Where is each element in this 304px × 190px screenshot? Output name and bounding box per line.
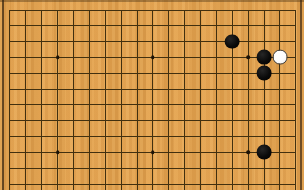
go-board — [0, 0, 304, 190]
intersection-H11[interactable] — [113, 129, 129, 145]
intersection-K18[interactable] — [145, 18, 161, 34]
intersection-P15[interactable] — [224, 65, 240, 81]
intersection-B18[interactable] — [18, 18, 34, 34]
intersection-S14[interactable] — [272, 81, 288, 97]
intersection-K16[interactable] — [145, 50, 161, 66]
intersection-A18[interactable] — [2, 18, 18, 34]
intersection-M16[interactable] — [177, 50, 193, 66]
intersection-D19[interactable] — [50, 2, 66, 18]
intersection-J14[interactable] — [129, 81, 145, 97]
intersection-A15[interactable] — [2, 65, 18, 81]
intersection-N14[interactable] — [193, 81, 209, 97]
intersection-B10[interactable] — [18, 144, 34, 160]
intersection-K14[interactable] — [145, 81, 161, 97]
intersection-P13[interactable] — [224, 97, 240, 113]
intersection-S18[interactable] — [272, 18, 288, 34]
intersection-K8[interactable] — [145, 176, 161, 190]
intersection-L19[interactable] — [161, 2, 177, 18]
intersection-P16[interactable] — [224, 50, 240, 66]
star-point-Q10 — [246, 151, 250, 155]
intersection-D9[interactable] — [50, 160, 66, 176]
intersection-N16[interactable] — [193, 50, 209, 66]
intersection-B11[interactable] — [18, 129, 34, 145]
intersection-L12[interactable] — [161, 113, 177, 129]
intersection-L8[interactable] — [161, 176, 177, 190]
intersection-C15[interactable] — [34, 65, 50, 81]
intersection-Q9[interactable] — [240, 160, 256, 176]
intersection-P17[interactable] — [224, 34, 240, 50]
intersection-R15[interactable] — [256, 65, 272, 81]
intersection-L16[interactable] — [161, 50, 177, 66]
intersection-T11[interactable] — [288, 129, 304, 145]
intersection-O15[interactable] — [208, 65, 224, 81]
intersection-H10[interactable] — [113, 144, 129, 160]
intersection-N8[interactable] — [193, 176, 209, 190]
intersection-Q13[interactable] — [240, 97, 256, 113]
intersection-S10[interactable] — [272, 144, 288, 160]
intersection-N11[interactable] — [193, 129, 209, 145]
intersection-M13[interactable] — [177, 97, 193, 113]
intersection-O18[interactable] — [208, 18, 224, 34]
black-stone-P17 — [225, 34, 240, 49]
intersection-N17[interactable] — [193, 34, 209, 50]
intersection-J17[interactable] — [129, 34, 145, 50]
intersection-F9[interactable] — [81, 160, 97, 176]
intersection-N18[interactable] — [193, 18, 209, 34]
intersection-P10[interactable] — [224, 144, 240, 160]
intersection-G15[interactable] — [97, 65, 113, 81]
intersection-D13[interactable] — [50, 97, 66, 113]
intersection-C13[interactable] — [34, 97, 50, 113]
intersection-K19[interactable] — [145, 2, 161, 18]
intersection-Q19[interactable] — [240, 2, 256, 18]
intersection-K12[interactable] — [145, 113, 161, 129]
intersection-K9[interactable] — [145, 160, 161, 176]
intersection-O16[interactable] — [208, 50, 224, 66]
intersection-H9[interactable] — [113, 160, 129, 176]
intersection-G9[interactable] — [97, 160, 113, 176]
intersection-C16[interactable] — [34, 50, 50, 66]
intersection-C8[interactable] — [34, 176, 50, 190]
intersection-A19[interactable] — [2, 2, 18, 18]
intersection-C10[interactable] — [34, 144, 50, 160]
intersection-C17[interactable] — [34, 34, 50, 50]
intersection-Q18[interactable] — [240, 18, 256, 34]
intersection-S19[interactable] — [272, 2, 288, 18]
intersection-R12[interactable] — [256, 113, 272, 129]
intersection-K11[interactable] — [145, 129, 161, 145]
intersection-K13[interactable] — [145, 97, 161, 113]
intersection-L13[interactable] — [161, 97, 177, 113]
intersection-K17[interactable] — [145, 34, 161, 50]
intersection-G10[interactable] — [97, 144, 113, 160]
intersection-B12[interactable] — [18, 113, 34, 129]
intersection-E12[interactable] — [66, 113, 82, 129]
intersection-T19[interactable] — [288, 2, 304, 18]
intersection-S8[interactable] — [272, 176, 288, 190]
intersection-B17[interactable] — [18, 34, 34, 50]
intersection-D18[interactable] — [50, 18, 66, 34]
intersection-H12[interactable] — [113, 113, 129, 129]
intersection-G14[interactable] — [97, 81, 113, 97]
intersection-F15[interactable] — [81, 65, 97, 81]
intersection-M10[interactable] — [177, 144, 193, 160]
black-stone-R15 — [257, 66, 272, 81]
intersection-M9[interactable] — [177, 160, 193, 176]
intersection-O19[interactable] — [208, 2, 224, 18]
intersection-E15[interactable] — [66, 65, 82, 81]
intersection-H17[interactable] — [113, 34, 129, 50]
intersection-T17[interactable] — [288, 34, 304, 50]
intersection-F11[interactable] — [81, 129, 97, 145]
intersection-M11[interactable] — [177, 129, 193, 145]
intersection-M18[interactable] — [177, 18, 193, 34]
intersection-R11[interactable] — [256, 129, 272, 145]
intersection-T15[interactable] — [288, 65, 304, 81]
intersection-A11[interactable] — [2, 129, 18, 145]
intersection-R16[interactable] — [256, 50, 272, 66]
intersection-P9[interactable] — [224, 160, 240, 176]
intersection-P12[interactable] — [224, 113, 240, 129]
intersection-F17[interactable] — [81, 34, 97, 50]
star-point-Q16 — [246, 56, 250, 60]
intersection-J19[interactable] — [129, 2, 145, 18]
intersection-C12[interactable] — [34, 113, 50, 129]
star-point-K16 — [151, 56, 155, 60]
intersection-E11[interactable] — [66, 129, 82, 145]
intersection-F16[interactable] — [81, 50, 97, 66]
intersection-J13[interactable] — [129, 97, 145, 113]
intersection-L10[interactable] — [161, 144, 177, 160]
intersection-G18[interactable] — [97, 18, 113, 34]
intersection-C18[interactable] — [34, 18, 50, 34]
intersection-T16[interactable] — [288, 50, 304, 66]
intersection-G19[interactable] — [97, 2, 113, 18]
intersection-B9[interactable] — [18, 160, 34, 176]
intersection-S17[interactable] — [272, 34, 288, 50]
intersection-L15[interactable] — [161, 65, 177, 81]
intersection-T12[interactable] — [288, 113, 304, 129]
intersection-R8[interactable] — [256, 176, 272, 190]
intersection-M8[interactable] — [177, 176, 193, 190]
intersection-S16[interactable] — [272, 50, 288, 66]
intersection-T9[interactable] — [288, 160, 304, 176]
intersection-T10[interactable] — [288, 144, 304, 160]
intersection-A12[interactable] — [2, 113, 18, 129]
intersection-H14[interactable] — [113, 81, 129, 97]
intersection-P18[interactable] — [224, 18, 240, 34]
white-stone-S16 — [273, 50, 288, 65]
intersection-O10[interactable] — [208, 144, 224, 160]
intersection-A9[interactable] — [2, 160, 18, 176]
intersection-R10[interactable] — [256, 144, 272, 160]
intersection-H19[interactable] — [113, 2, 129, 18]
intersection-N12[interactable] — [193, 113, 209, 129]
intersection-D14[interactable] — [50, 81, 66, 97]
black-stone-R10 — [257, 145, 272, 160]
intersection-B8[interactable] — [18, 176, 34, 190]
intersection-G16[interactable] — [97, 50, 113, 66]
intersection-E13[interactable] — [66, 97, 82, 113]
intersection-O11[interactable] — [208, 129, 224, 145]
intersection-L17[interactable] — [161, 34, 177, 50]
intersection-J16[interactable] — [129, 50, 145, 66]
intersection-S15[interactable] — [272, 65, 288, 81]
intersection-A10[interactable] — [2, 144, 18, 160]
intersection-G12[interactable] — [97, 113, 113, 129]
intersection-F18[interactable] — [81, 18, 97, 34]
intersection-F14[interactable] — [81, 81, 97, 97]
intersection-E18[interactable] — [66, 18, 82, 34]
intersection-R9[interactable] — [256, 160, 272, 176]
intersection-P11[interactable] — [224, 129, 240, 145]
intersection-A17[interactable] — [2, 34, 18, 50]
intersection-K10[interactable] — [145, 144, 161, 160]
intersection-O13[interactable] — [208, 97, 224, 113]
intersection-C14[interactable] — [34, 81, 50, 97]
intersection-T8[interactable] — [288, 176, 304, 190]
intersection-R13[interactable] — [256, 97, 272, 113]
intersection-R18[interactable] — [256, 18, 272, 34]
intersection-D16[interactable] — [50, 50, 66, 66]
intersection-P8[interactable] — [224, 176, 240, 190]
intersection-N9[interactable] — [193, 160, 209, 176]
intersection-J8[interactable] — [129, 176, 145, 190]
intersection-Q17[interactable] — [240, 34, 256, 50]
intersection-N19[interactable] — [193, 2, 209, 18]
intersection-T14[interactable] — [288, 81, 304, 97]
intersection-Q8[interactable] — [240, 176, 256, 190]
intersection-J10[interactable] — [129, 144, 145, 160]
intersection-K15[interactable] — [145, 65, 161, 81]
intersection-M14[interactable] — [177, 81, 193, 97]
intersection-R17[interactable] — [256, 34, 272, 50]
intersection-J11[interactable] — [129, 129, 145, 145]
intersection-C11[interactable] — [34, 129, 50, 145]
intersection-C19[interactable] — [34, 2, 50, 18]
intersection-O12[interactable] — [208, 113, 224, 129]
intersection-G17[interactable] — [97, 34, 113, 50]
intersection-Q12[interactable] — [240, 113, 256, 129]
intersection-S9[interactable] — [272, 160, 288, 176]
intersection-T13[interactable] — [288, 97, 304, 113]
intersection-Q11[interactable] — [240, 129, 256, 145]
intersection-F19[interactable] — [81, 2, 97, 18]
intersection-F10[interactable] — [81, 144, 97, 160]
intersection-N13[interactable] — [193, 97, 209, 113]
intersection-T18[interactable] — [288, 18, 304, 34]
intersection-D11[interactable] — [50, 129, 66, 145]
intersection-M15[interactable] — [177, 65, 193, 81]
intersection-G11[interactable] — [97, 129, 113, 145]
intersection-O8[interactable] — [208, 176, 224, 190]
intersection-H13[interactable] — [113, 97, 129, 113]
intersection-M12[interactable] — [177, 113, 193, 129]
intersection-O14[interactable] — [208, 81, 224, 97]
intersection-E19[interactable] — [66, 2, 82, 18]
intersection-E16[interactable] — [66, 50, 82, 66]
intersection-N10[interactable] — [193, 144, 209, 160]
intersection-B16[interactable] — [18, 50, 34, 66]
intersection-A8[interactable] — [2, 176, 18, 190]
intersection-L14[interactable] — [161, 81, 177, 97]
black-stone-R16 — [257, 50, 272, 65]
intersection-O17[interactable] — [208, 34, 224, 50]
intersection-S13[interactable] — [272, 97, 288, 113]
star-point-D16 — [56, 56, 60, 60]
intersection-F13[interactable] — [81, 97, 97, 113]
intersection-Q10[interactable] — [240, 144, 256, 160]
intersection-Q15[interactable] — [240, 65, 256, 81]
intersection-M19[interactable] — [177, 2, 193, 18]
intersection-E9[interactable] — [66, 160, 82, 176]
intersection-H16[interactable] — [113, 50, 129, 66]
intersection-A13[interactable] — [2, 97, 18, 113]
intersection-P14[interactable] — [224, 81, 240, 97]
intersection-O9[interactable] — [208, 160, 224, 176]
intersection-R19[interactable] — [256, 2, 272, 18]
intersection-P19[interactable] — [224, 2, 240, 18]
intersection-A14[interactable] — [2, 81, 18, 97]
intersection-M17[interactable] — [177, 34, 193, 50]
intersection-Q14[interactable] — [240, 81, 256, 97]
intersection-J18[interactable] — [129, 18, 145, 34]
screenshot — [0, 0, 304, 190]
intersection-J9[interactable] — [129, 160, 145, 176]
intersection-B15[interactable] — [18, 65, 34, 81]
intersection-Q16[interactable] — [240, 50, 256, 66]
intersection-L18[interactable] — [161, 18, 177, 34]
intersection-S11[interactable] — [272, 129, 288, 145]
intersection-G13[interactable] — [97, 97, 113, 113]
intersection-D8[interactable] — [50, 176, 66, 190]
intersection-E10[interactable] — [66, 144, 82, 160]
intersection-E17[interactable] — [66, 34, 82, 50]
intersection-J12[interactable] — [129, 113, 145, 129]
intersection-D17[interactable] — [50, 34, 66, 50]
intersection-B19[interactable] — [18, 2, 34, 18]
intersection-L9[interactable] — [161, 160, 177, 176]
intersection-L11[interactable] — [161, 129, 177, 145]
intersection-S12[interactable] — [272, 113, 288, 129]
intersection-H8[interactable] — [113, 176, 129, 190]
intersection-E14[interactable] — [66, 81, 82, 97]
board-grid — [2, 2, 304, 190]
intersection-B14[interactable] — [18, 81, 34, 97]
intersection-D10[interactable] — [50, 144, 66, 160]
intersection-R14[interactable] — [256, 81, 272, 97]
intersection-A16[interactable] — [2, 50, 18, 66]
intersection-J15[interactable] — [129, 65, 145, 81]
star-point-K10 — [151, 151, 155, 155]
intersection-H18[interactable] — [113, 18, 129, 34]
intersection-B13[interactable] — [18, 97, 34, 113]
intersection-H15[interactable] — [113, 65, 129, 81]
intersection-F12[interactable] — [81, 113, 97, 129]
star-point-D10 — [56, 151, 60, 155]
intersection-D15[interactable] — [50, 65, 66, 81]
intersection-C9[interactable] — [34, 160, 50, 176]
intersection-N15[interactable] — [193, 65, 209, 81]
intersection-D12[interactable] — [50, 113, 66, 129]
intersection-G8[interactable] — [97, 176, 113, 190]
intersection-E8[interactable] — [66, 176, 82, 190]
intersection-F8[interactable] — [81, 176, 97, 190]
